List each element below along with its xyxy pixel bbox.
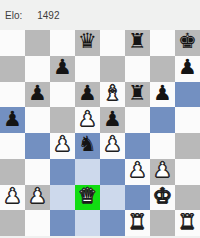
square-b2[interactable]: ♟ — [25, 185, 50, 211]
square-e8[interactable] — [100, 30, 125, 56]
white-bishop-piece: ♝ — [103, 83, 122, 104]
chess-app: Elo: 1492 ♛♜♚♟♟♟♟♝♜♟♟♟♟♟♞♟♟♟♟♟♛♚♜♜ — [0, 0, 200, 238]
square-e2[interactable] — [100, 185, 125, 211]
square-e5[interactable]: ♟ — [100, 107, 125, 133]
square-a2[interactable]: ♟ — [0, 185, 25, 211]
square-b7[interactable] — [25, 56, 50, 82]
square-e7[interactable] — [100, 56, 125, 82]
black-pawn-piece: ♟ — [153, 83, 172, 104]
black-rook-piece: ♜ — [128, 83, 147, 104]
square-c3[interactable] — [50, 159, 75, 185]
square-g4[interactable] — [150, 133, 175, 159]
square-e6[interactable]: ♝ — [100, 82, 125, 108]
white-king-piece: ♚ — [153, 186, 172, 207]
square-c5[interactable] — [50, 107, 75, 133]
square-h3[interactable] — [175, 159, 200, 185]
square-a1[interactable] — [0, 210, 25, 236]
square-c4[interactable]: ♟ — [50, 133, 75, 159]
square-g1[interactable] — [150, 210, 175, 236]
black-pawn-piece: ♟ — [178, 57, 197, 78]
square-a6[interactable] — [0, 82, 25, 108]
square-d6[interactable]: ♟ — [75, 82, 100, 108]
square-d7[interactable] — [75, 56, 100, 82]
white-pawn-piece: ♟ — [78, 109, 97, 130]
square-e1[interactable] — [100, 210, 125, 236]
white-rook-piece: ♜ — [178, 212, 197, 233]
black-pawn-piece: ♟ — [53, 57, 72, 78]
square-h6[interactable] — [175, 82, 200, 108]
square-c1[interactable] — [50, 210, 75, 236]
square-g7[interactable] — [150, 56, 175, 82]
black-queen-piece: ♛ — [78, 31, 97, 52]
square-f5[interactable] — [125, 107, 150, 133]
square-g5[interactable] — [150, 107, 175, 133]
square-d2[interactable]: ♛ — [75, 185, 100, 211]
square-a8[interactable] — [0, 30, 25, 56]
square-f3[interactable]: ♟ — [125, 159, 150, 185]
square-d1[interactable] — [75, 210, 100, 236]
square-g6[interactable]: ♟ — [150, 82, 175, 108]
black-pawn-piece: ♟ — [103, 109, 122, 130]
elo-bar: Elo: 1492 — [0, 0, 200, 30]
square-d4[interactable]: ♞ — [75, 133, 100, 159]
square-f4[interactable] — [125, 133, 150, 159]
square-f1[interactable]: ♜ — [125, 210, 150, 236]
square-g8[interactable] — [150, 30, 175, 56]
white-pawn-piece: ♟ — [103, 134, 122, 155]
square-d3[interactable] — [75, 159, 100, 185]
square-g3[interactable]: ♟ — [150, 159, 175, 185]
square-d5[interactable]: ♟ — [75, 107, 100, 133]
elo-label: Elo: — [5, 10, 22, 21]
square-f6[interactable]: ♜ — [125, 82, 150, 108]
square-g2[interactable]: ♚ — [150, 185, 175, 211]
square-b6[interactable]: ♟ — [25, 82, 50, 108]
chess-board: ♛♜♚♟♟♟♟♝♜♟♟♟♟♟♞♟♟♟♟♟♛♚♜♜ — [0, 30, 200, 236]
square-a3[interactable] — [0, 159, 25, 185]
white-pawn-piece: ♟ — [28, 186, 47, 207]
square-a4[interactable] — [0, 133, 25, 159]
white-pawn-piece: ♟ — [53, 134, 72, 155]
square-e4[interactable]: ♟ — [100, 133, 125, 159]
square-e3[interactable] — [100, 159, 125, 185]
square-c8[interactable] — [50, 30, 75, 56]
white-rook-piece: ♜ — [128, 212, 147, 233]
square-a7[interactable] — [0, 56, 25, 82]
white-queen-piece: ♛ — [78, 186, 97, 207]
white-pawn-piece: ♟ — [128, 160, 147, 181]
square-h8[interactable]: ♚ — [175, 30, 200, 56]
black-pawn-piece: ♟ — [3, 109, 22, 130]
square-b4[interactable] — [25, 133, 50, 159]
square-c7[interactable]: ♟ — [50, 56, 75, 82]
elo-value: 1492 — [37, 10, 59, 21]
square-h7[interactable]: ♟ — [175, 56, 200, 82]
square-h1[interactable]: ♜ — [175, 210, 200, 236]
square-c6[interactable] — [50, 82, 75, 108]
square-f7[interactable] — [125, 56, 150, 82]
square-f2[interactable] — [125, 185, 150, 211]
square-b1[interactable] — [25, 210, 50, 236]
white-pawn-piece: ♟ — [3, 186, 22, 207]
square-a5[interactable]: ♟ — [0, 107, 25, 133]
black-knight-piece: ♞ — [78, 134, 97, 155]
black-pawn-piece: ♟ — [78, 83, 97, 104]
black-rook-piece: ♜ — [128, 31, 147, 52]
square-b3[interactable] — [25, 159, 50, 185]
square-h2[interactable] — [175, 185, 200, 211]
white-pawn-piece: ♟ — [153, 160, 172, 181]
square-b8[interactable] — [25, 30, 50, 56]
square-h4[interactable] — [175, 133, 200, 159]
square-f8[interactable]: ♜ — [125, 30, 150, 56]
square-d8[interactable]: ♛ — [75, 30, 100, 56]
square-h5[interactable] — [175, 107, 200, 133]
black-king-piece: ♚ — [178, 31, 197, 52]
black-pawn-piece: ♟ — [28, 83, 47, 104]
square-c2[interactable] — [50, 185, 75, 211]
square-b5[interactable] — [25, 107, 50, 133]
